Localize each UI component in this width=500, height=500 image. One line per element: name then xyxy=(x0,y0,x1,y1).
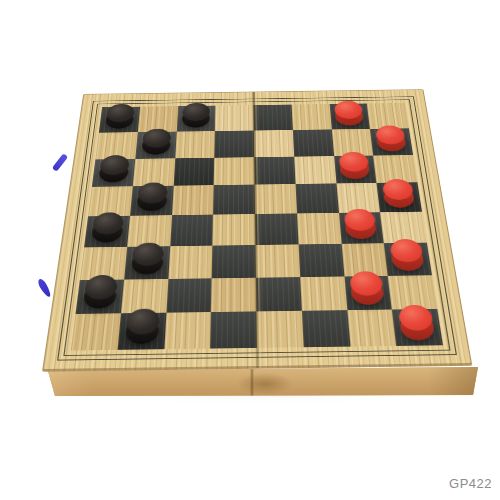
checker-piece-black[interactable] xyxy=(182,109,210,128)
board-square[interactable] xyxy=(291,104,331,130)
board-square[interactable] xyxy=(170,215,214,246)
board-square[interactable] xyxy=(99,107,140,133)
board-square[interactable] xyxy=(130,186,173,216)
board-square[interactable] xyxy=(84,216,130,247)
checker-piece-red[interactable] xyxy=(351,280,386,305)
board-square[interactable] xyxy=(344,275,392,310)
checker-piece-red[interactable] xyxy=(335,107,364,126)
board-square[interactable] xyxy=(370,128,413,155)
board-square[interactable] xyxy=(377,182,422,212)
board-square[interactable] xyxy=(172,185,214,215)
board-square[interactable] xyxy=(210,312,257,349)
checker-piece-black[interactable] xyxy=(105,110,135,129)
board-square[interactable] xyxy=(211,277,256,312)
board-square[interactable] xyxy=(117,313,166,350)
board-square[interactable] xyxy=(298,244,344,277)
checker-piece-red[interactable] xyxy=(345,217,378,240)
board-square[interactable] xyxy=(124,246,170,279)
checker-piece-black[interactable] xyxy=(130,251,163,275)
board-square[interactable] xyxy=(384,242,432,275)
board-square[interactable] xyxy=(347,310,397,347)
board-square[interactable] xyxy=(255,213,298,244)
board-square[interactable] xyxy=(135,131,176,158)
checker-piece-black[interactable] xyxy=(124,318,159,345)
board-square[interactable] xyxy=(392,309,443,346)
board-square[interactable] xyxy=(213,185,255,215)
checker-piece-red[interactable] xyxy=(340,159,371,179)
board-square[interactable] xyxy=(92,159,135,187)
board-square[interactable] xyxy=(329,103,370,129)
checker-piece-red[interactable] xyxy=(391,247,425,271)
board-square[interactable] xyxy=(214,157,255,185)
board-square[interactable] xyxy=(168,245,213,278)
board-square[interactable] xyxy=(302,310,350,347)
board-square[interactable] xyxy=(164,312,211,349)
blue-latch-bottom-icon xyxy=(36,278,52,299)
board-square[interactable] xyxy=(166,278,212,313)
checkers-board xyxy=(42,89,472,371)
board-square[interactable] xyxy=(297,213,341,244)
checker-piece-black[interactable] xyxy=(82,284,117,309)
board-square[interactable] xyxy=(338,212,383,243)
checker-piece-red[interactable] xyxy=(383,187,416,208)
board-square[interactable] xyxy=(214,130,254,157)
checker-piece-black[interactable] xyxy=(141,135,171,154)
board-square[interactable] xyxy=(173,157,214,185)
board-square[interactable] xyxy=(75,279,123,314)
board-square[interactable] xyxy=(256,277,302,312)
board-square[interactable] xyxy=(71,314,121,351)
product-photo-canvas: GP422 xyxy=(0,0,500,500)
board-top-face xyxy=(42,89,472,371)
board-square[interactable] xyxy=(256,311,303,348)
blue-latch-top-icon xyxy=(52,153,68,172)
checker-piece-black[interactable] xyxy=(98,162,129,182)
checker-piece-red[interactable] xyxy=(376,132,407,151)
board-square[interactable] xyxy=(254,130,294,157)
board-square[interactable] xyxy=(295,184,338,214)
board-square[interactable] xyxy=(334,155,377,183)
board-square[interactable] xyxy=(254,156,295,184)
checker-piece-red[interactable] xyxy=(399,314,436,340)
checker-piece-black[interactable] xyxy=(136,190,167,211)
board-square[interactable] xyxy=(300,276,347,311)
board-square[interactable] xyxy=(212,245,256,278)
board-square[interactable] xyxy=(215,105,254,131)
board-square[interactable] xyxy=(255,244,299,277)
board-square[interactable] xyxy=(294,156,336,184)
board-square[interactable] xyxy=(293,129,334,156)
board-square[interactable] xyxy=(253,105,292,131)
board-square[interactable] xyxy=(176,106,215,132)
product-code: GP422 xyxy=(449,476,492,491)
board-square[interactable] xyxy=(213,214,256,245)
board-square[interactable] xyxy=(255,184,297,214)
board-square[interactable] xyxy=(175,131,215,158)
checker-piece-black[interactable] xyxy=(91,220,124,243)
